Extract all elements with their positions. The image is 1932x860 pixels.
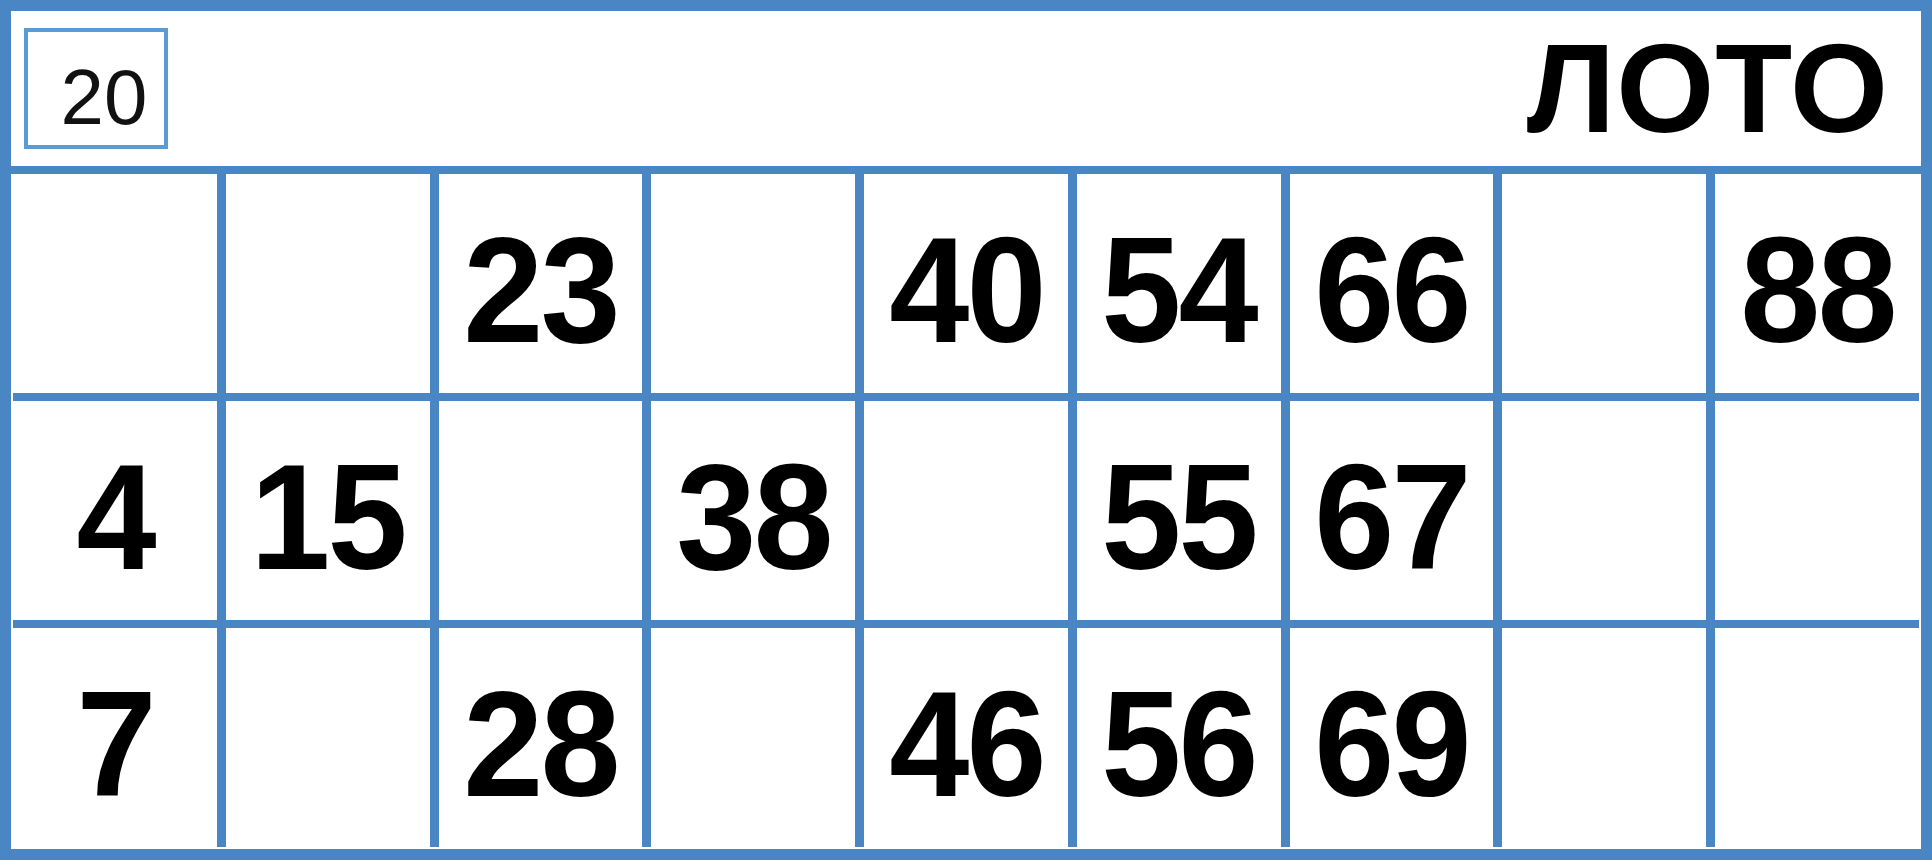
cell-number: 88 (1740, 215, 1894, 365)
cell-r2c3[interactable] (439, 401, 643, 620)
grid-wrap: 2340546688415385567728465669 (11, 174, 1921, 849)
cell-r1c8[interactable] (1502, 174, 1706, 393)
cell-r2c9[interactable] (1715, 401, 1919, 620)
cell-r3c4[interactable] (651, 628, 855, 847)
cell-number: 67 (1314, 442, 1468, 592)
cell-r1c7[interactable]: 66 (1290, 174, 1494, 393)
cell-r2c2[interactable]: 15 (226, 401, 430, 620)
cell-r1c4[interactable] (651, 174, 855, 393)
cell-number: 4 (76, 442, 153, 592)
cell-number: 46 (889, 669, 1043, 819)
cell-r1c6[interactable]: 54 (1077, 174, 1281, 393)
cell-r2c1[interactable]: 4 (13, 401, 217, 620)
cell-number: 38 (676, 442, 830, 592)
cell-r1c1[interactable] (13, 174, 217, 393)
cell-number: 7 (76, 669, 153, 819)
cell-r2c8[interactable] (1502, 401, 1706, 620)
cell-r1c3[interactable]: 23 (439, 174, 643, 393)
cell-r3c9[interactable] (1715, 628, 1919, 847)
cell-r1c9[interactable]: 88 (1715, 174, 1919, 393)
cell-r2c6[interactable]: 55 (1077, 401, 1281, 620)
cell-r2c4[interactable]: 38 (651, 401, 855, 620)
cell-r3c2[interactable] (226, 628, 430, 847)
card-title: ЛОТО (1527, 26, 1889, 152)
cell-number: 23 (463, 215, 617, 365)
loto-card: 20 ЛОТО 2340546688415385567728465669 (0, 0, 1932, 860)
cell-r2c7[interactable]: 67 (1290, 401, 1494, 620)
loto-grid: 2340546688415385567728465669 (13, 174, 1919, 847)
cell-r3c8[interactable] (1502, 628, 1706, 847)
cell-number: 56 (1102, 669, 1256, 819)
cell-number: 15 (250, 442, 404, 592)
cell-r3c7[interactable]: 69 (1290, 628, 1494, 847)
cell-r1c5[interactable]: 40 (864, 174, 1068, 393)
cell-r3c6[interactable]: 56 (1077, 628, 1281, 847)
cell-r3c1[interactable]: 7 (13, 628, 217, 847)
header-divider (11, 166, 1921, 174)
cell-number: 54 (1102, 215, 1256, 365)
cell-r3c5[interactable]: 46 (864, 628, 1068, 847)
cell-number: 28 (463, 669, 617, 819)
card-number: 20 (61, 58, 148, 136)
cell-r2c5[interactable] (864, 401, 1068, 620)
cell-r3c3[interactable]: 28 (439, 628, 643, 847)
cell-number: 69 (1314, 669, 1468, 819)
cell-number: 40 (889, 215, 1043, 365)
cell-r1c2[interactable] (226, 174, 430, 393)
cell-number: 55 (1102, 442, 1256, 592)
card-number-box: 20 (24, 28, 168, 149)
card-header: 20 ЛОТО (11, 11, 1921, 166)
cell-number: 66 (1314, 215, 1468, 365)
